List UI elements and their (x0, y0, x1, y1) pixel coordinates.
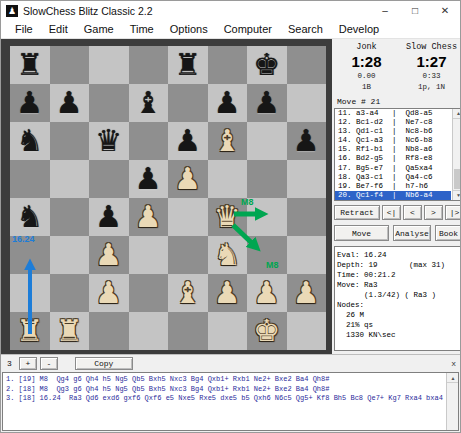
square-c6[interactable]: ♛ (89, 122, 129, 160)
move-list[interactable]: ▲ ▼ 11. a3-a4 | Qd8-a512. Bc1-d2 | Ne7-c… (334, 108, 461, 201)
black-player-name: Slow Chess (399, 42, 461, 52)
scrollbar-thumb[interactable] (454, 169, 461, 189)
black-move-time: 0:33 (399, 72, 461, 80)
engine-info-line-9: 1330 KN\sec (337, 330, 461, 340)
square-h5[interactable] (287, 160, 327, 198)
square-e2[interactable]: ♝ (168, 274, 208, 312)
square-e8[interactable]: ♜ (168, 46, 208, 84)
move-row-14[interactable]: 14. Qc1-a3 | Nc6-b8 (335, 136, 451, 145)
square-e5[interactable]: ♟ (168, 160, 208, 198)
square-f4[interactable]: ♛ (208, 198, 248, 236)
square-e3[interactable] (168, 236, 208, 274)
pv-scrollbar[interactable]: ▲ (446, 373, 458, 430)
move-button[interactable]: Move (334, 225, 389, 241)
square-a4[interactable]: ♞ (10, 198, 50, 236)
square-g4[interactable] (247, 198, 287, 236)
piece-black-pawn: ♟ (214, 84, 241, 122)
square-d4[interactable]: ♟ (129, 198, 169, 236)
square-h4[interactable] (287, 198, 327, 236)
square-d8[interactable] (129, 46, 169, 84)
engine-info-line-4: Move: Ra3 (337, 280, 461, 290)
piece-white-bishop: ♝ (214, 122, 241, 160)
close-button[interactable]: ✕ (430, 1, 460, 20)
square-f5[interactable] (208, 160, 248, 198)
piece-black-rook: ♜ (16, 46, 43, 84)
move-list-scrollbar[interactable]: ▲ ▼ (452, 109, 461, 200)
square-e7[interactable] (168, 84, 208, 122)
menu-computer[interactable]: Computer (216, 23, 280, 35)
nav-back-button[interactable]: < (403, 205, 422, 220)
square-f1[interactable] (208, 312, 248, 350)
piece-white-knight: ♞ (214, 236, 241, 274)
move-row-16[interactable]: 16. Bd2-g5 | Rf8-e8 (335, 154, 451, 163)
square-g8[interactable]: ♚ (247, 46, 287, 84)
move-row-15[interactable]: 15. Rf1-b1 | Nb8-a6 (335, 145, 451, 154)
engine-info-line-8: 21% qs (337, 320, 461, 330)
scroll-up-icon[interactable]: ▲ (453, 109, 461, 119)
board-grid: ♜♜♚♟♟♝♟♟♞♛♟♝♟♟♟♞♟♟♛♟♞♟♝♟♟♟♜♜♚ (10, 46, 326, 350)
maximize-button[interactable]: □ (400, 1, 430, 20)
piece-white-pawn: ♟ (95, 236, 122, 274)
square-f2[interactable]: ♟ (208, 274, 248, 312)
analysis-toolbar: 3 + - Copy x (1, 355, 460, 372)
menu-file[interactable]: File (7, 23, 41, 35)
menu-options[interactable]: Options (162, 23, 216, 35)
white-clock: 1:28 (334, 53, 399, 70)
piece-white-pawn: ♟ (214, 274, 241, 312)
pv-count-label: 3 (7, 359, 12, 368)
menu-search[interactable]: Search (280, 23, 331, 35)
book-button[interactable]: Book (435, 225, 461, 241)
engine-info-line-1: Eval: 16.24 (337, 250, 461, 260)
square-b7[interactable]: ♟ (50, 84, 90, 122)
square-a3[interactable] (10, 236, 50, 274)
square-g2[interactable]: ♟ (247, 274, 287, 312)
square-h6[interactable]: ♟ (287, 122, 327, 160)
menu-time[interactable]: Time (122, 23, 162, 35)
menu-game[interactable]: Game (76, 23, 122, 35)
piece-black-bishop: ♝ (135, 84, 162, 122)
piece-black-king: ♚ (253, 46, 280, 84)
pv-line-2: 2. [18] M8 Qg3 g6 Qh4 h5 Ng5 Qb5 Bxh5 Nx… (6, 385, 444, 395)
piece-black-knight: ♞ (16, 198, 43, 236)
engine-info-line-2: Depth: 19 (max 31) (337, 260, 461, 270)
square-d6[interactable] (129, 122, 169, 160)
engine-info-line-5: (1.3/42) ( Ra3 ) (337, 290, 461, 300)
clock-area: Jonk Slow Chess 1:28 1:27 0.00 0:33 1B 1… (334, 42, 461, 91)
square-c8[interactable] (89, 46, 129, 84)
square-f8[interactable] (208, 46, 248, 84)
move-row-12[interactable]: 12. Bc1-d2 | Ne7-c8 (335, 118, 451, 127)
piece-black-pawn: ♟ (95, 198, 122, 236)
piece-black-pawn: ♟ (293, 122, 320, 160)
square-e1[interactable] (168, 312, 208, 350)
side-panel: Jonk Slow Chess 1:28 1:27 0.00 0:33 1B 1… (332, 39, 461, 354)
piece-black-pawn: ♟ (174, 122, 201, 160)
nav-forward-button[interactable]: > (424, 205, 443, 220)
square-c4[interactable]: ♟ (89, 198, 129, 236)
pv-scroll-up-icon[interactable]: ▲ (447, 373, 459, 383)
navigation-buttons: Retract<|<>|> (334, 205, 461, 220)
app-window: ♟ SlowChess Blitz Classic 2.2 – □ ✕ File… (0, 0, 461, 433)
piece-white-bishop: ♝ (174, 274, 201, 312)
pv-line-1: 1. [19] M8 Qg4 g6 Qh4 h5 Ng5 Qb5 Bxh5 Nx… (6, 375, 444, 385)
window-title: SlowChess Blitz Classic 2.2 (23, 5, 153, 17)
move-row-20[interactable]: 20. Qc1-f4 | Nb6-a4 (335, 191, 451, 200)
square-h7[interactable] (287, 84, 327, 122)
piece-white-king: ♚ (253, 312, 280, 350)
menu-edit[interactable]: Edit (41, 23, 76, 35)
square-c1[interactable] (89, 312, 129, 350)
piece-white-queen: ♛ (214, 198, 241, 236)
square-b8[interactable] (50, 46, 90, 84)
square-g5[interactable] (247, 160, 287, 198)
black-clock: 1:27 (399, 53, 461, 70)
white-player-name: Jonk (334, 42, 399, 52)
analysis-panel: 3 + - Copy x ▲ 1. [19] M8 Qg4 g6 Qh4 h5 … (1, 354, 460, 432)
square-f3[interactable]: ♞ (208, 236, 248, 274)
square-e4[interactable] (168, 198, 208, 236)
engine-info-line-7: 26 M (337, 310, 461, 320)
square-b2[interactable] (50, 274, 90, 312)
square-f7[interactable]: ♟ (208, 84, 248, 122)
move-number-label: Move # 21 (337, 97, 461, 106)
square-g1[interactable]: ♚ (247, 312, 287, 350)
move-row-17[interactable]: 17. Bg5-e7 | Qa5xa4 (335, 164, 451, 173)
square-d7[interactable]: ♝ (129, 84, 169, 122)
minimize-button[interactable]: – (370, 1, 400, 20)
square-c2[interactable]: ♟ (89, 274, 129, 312)
square-d1[interactable] (129, 312, 169, 350)
piece-white-pawn: ♟ (293, 274, 320, 312)
retract-button[interactable]: Retract (334, 205, 380, 220)
piece-black-knight: ♞ (16, 122, 43, 160)
square-b1[interactable]: ♜ (50, 312, 90, 350)
square-a5[interactable] (10, 160, 50, 198)
pv-line-3: 3. [18] 16.24 Ra3 Qd6 exd6 gxf6 Qxf6 e5 … (6, 394, 444, 404)
main-area: ♜♜♚♟♟♝♟♟♞♛♟♝♟♟♟♞♟♟♛♟♞♟♝♟♟♟♜♜♚ 16.24 M8 M… (1, 39, 460, 354)
piece-black-queen: ♛ (95, 122, 122, 160)
square-b5[interactable] (50, 160, 90, 198)
square-e6[interactable]: ♟ (168, 122, 208, 160)
square-h1[interactable] (287, 312, 327, 350)
scroll-down-icon[interactable]: ▼ (453, 190, 461, 200)
analyse-button[interactable]: Analyse (393, 225, 431, 241)
square-a1[interactable]: ♜ (10, 312, 50, 350)
square-h8[interactable] (287, 46, 327, 84)
move-row-13[interactable]: 13. Qd1-c1 | Nc8-b6 (335, 127, 451, 136)
piece-black-pawn: ♟ (16, 84, 43, 122)
square-d3[interactable] (129, 236, 169, 274)
white-move-time: 0.00 (334, 72, 399, 80)
pv-close-icon[interactable]: x (451, 359, 456, 368)
square-a8[interactable]: ♜ (10, 46, 50, 84)
piece-white-rook: ♜ (16, 312, 43, 350)
square-c3[interactable]: ♟ (89, 236, 129, 274)
piece-black-pawn: ♟ (56, 84, 83, 122)
app-icon: ♟ (6, 5, 18, 17)
engine-info-line-3: Time: 00:21.2 (337, 270, 461, 280)
square-f6[interactable]: ♝ (208, 122, 248, 160)
square-b3[interactable] (50, 236, 90, 274)
move-row-11[interactable]: 11. a3-a4 | Qd8-a5 (335, 109, 451, 118)
piece-white-pawn: ♟ (135, 198, 162, 236)
black-captured-material: 1p, 1N (399, 83, 461, 91)
square-a6[interactable]: ♞ (10, 122, 50, 160)
piece-black-rook: ♜ (174, 46, 201, 84)
window-controls: – □ ✕ (370, 1, 460, 20)
pv-decrease-button[interactable]: - (40, 357, 58, 370)
move-row-19[interactable]: 19. Be7-f6 | h7-h6 (335, 182, 451, 191)
pv-lines-area: ▲ 1. [19] M8 Qg4 g6 Qh4 h5 Ng5 Qb5 Bxh5 … (2, 372, 459, 431)
move-row-18[interactable]: 18. Qa3-c1 | Qa4-c6 (335, 173, 451, 182)
square-b4[interactable] (50, 198, 90, 236)
square-c5[interactable] (89, 160, 129, 198)
square-h3[interactable] (287, 236, 327, 274)
piece-white-pawn: ♟ (253, 274, 280, 312)
square-g7[interactable]: ♟ (247, 84, 287, 122)
nav-last-button[interactable]: |> (445, 205, 461, 220)
piece-white-rook: ♜ (56, 312, 83, 350)
menu-bar: FileEditGameTimeOptionsComputerSearchDev… (1, 20, 460, 39)
square-a7[interactable]: ♟ (10, 84, 50, 122)
square-g6[interactable] (247, 122, 287, 160)
nav-first-button[interactable]: <| (382, 205, 401, 220)
square-d2[interactable] (129, 274, 169, 312)
piece-white-pawn: ♟ (95, 274, 122, 312)
chess-board: ♜♜♚♟♟♝♟♟♞♛♟♝♟♟♟♞♟♟♛♟♞♟♝♟♟♟♜♜♚ 16.24 M8 M… (1, 39, 332, 354)
white-captured-material: 1B (334, 83, 399, 91)
piece-white-pawn: ♟ (174, 160, 201, 198)
square-b6[interactable] (50, 122, 90, 160)
piece-black-pawn: ♟ (253, 84, 280, 122)
pv-increase-button[interactable]: + (19, 357, 37, 370)
copy-button[interactable]: Copy (75, 357, 133, 370)
square-g3[interactable] (247, 236, 287, 274)
square-c7[interactable] (89, 84, 129, 122)
square-d5[interactable]: ♟ (129, 160, 169, 198)
piece-black-pawn: ♟ (135, 160, 162, 198)
square-h2[interactable]: ♟ (287, 274, 327, 312)
action-buttons: MoveAnalyseBook (334, 225, 461, 241)
engine-info-box: Eval: 16.24Depth: 19 (max 31)Time: 00:21… (334, 246, 461, 351)
menu-develop[interactable]: Develop (331, 23, 387, 35)
square-a2[interactable] (10, 274, 50, 312)
engine-info-line-6: Nodes: (337, 300, 461, 310)
title-bar: ♟ SlowChess Blitz Classic 2.2 – □ ✕ (1, 1, 460, 20)
